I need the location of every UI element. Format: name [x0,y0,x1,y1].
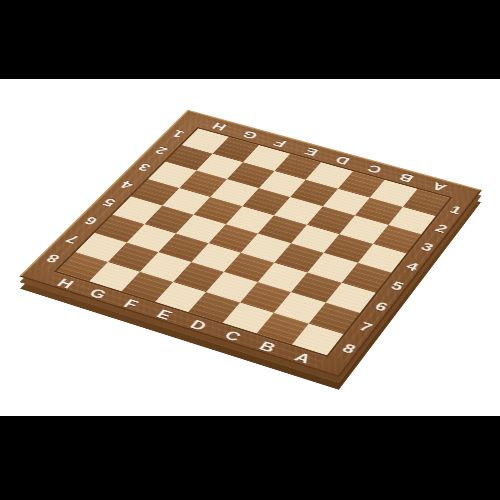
square-f7 [140,252,191,281]
letterbox-bar-bottom [0,416,500,500]
square-a5 [342,263,392,293]
square-a4 [357,243,406,272]
frame-rail-near-files: HGFEDCBA [43,272,326,371]
square-b7 [274,292,325,323]
square-a6 [325,282,376,313]
square-b4 [324,234,373,263]
square-b5 [308,253,358,282]
rank-label-far-8: 8 [34,245,74,271]
square-h7 [76,233,127,262]
square-b6 [291,272,341,302]
playing-field [54,127,453,357]
square-f6 [158,233,208,262]
square-g8 [89,262,140,292]
square-f8 [122,271,174,301]
square-c8 [222,302,274,333]
rank-label-far-7: 7 [53,226,93,251]
square-c6 [257,262,307,292]
square-h8 [57,252,108,281]
square-d5 [241,234,291,263]
square-d6 [224,252,274,281]
square-g7 [108,242,159,271]
square-b8 [257,313,309,345]
chessboard: HGFEDCBA 12345678 HGFEDCBA 12345678 [19,110,482,377]
square-e8 [155,282,207,313]
square-d7 [206,272,257,302]
square-c5 [274,243,324,272]
letterbox-bar-top [0,0,500,79]
product-photo-background: HGFEDCBA 12345678 HGFEDCBA 12345678 [0,79,500,416]
square-e7 [173,262,224,292]
square-a7 [309,302,360,333]
square-c7 [240,282,291,313]
square-a8 [292,323,344,355]
square-d8 [188,292,240,323]
square-e6 [191,243,241,272]
board-top-surface: HGFEDCBA 12345678 HGFEDCBA 12345678 [19,110,482,377]
